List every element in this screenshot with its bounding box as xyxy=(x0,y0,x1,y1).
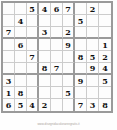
cell-r7c8[interactable] xyxy=(87,75,99,87)
cell-r7c1[interactable]: 3 xyxy=(3,75,15,87)
cell-r8c4[interactable] xyxy=(39,87,51,99)
cell-r4c2[interactable]: 6 xyxy=(15,39,27,51)
cell-r9c9[interactable]: 8 xyxy=(99,99,111,111)
cell-r3c7[interactable] xyxy=(75,27,87,39)
cell-r3c6[interactable]: 2 xyxy=(63,27,75,39)
cell-r2c5[interactable] xyxy=(51,15,63,27)
sudoku-page: 5467245732691785287943951856542738 www.d… xyxy=(0,0,117,130)
cell-r4c5[interactable] xyxy=(51,39,63,51)
cell-r1c4[interactable]: 4 xyxy=(39,3,51,15)
cell-r5c6[interactable] xyxy=(63,51,75,63)
cell-r3c1[interactable]: 7 xyxy=(3,27,15,39)
cell-r1c1[interactable] xyxy=(3,3,15,15)
cell-r8c3[interactable] xyxy=(27,87,39,99)
cell-r7c9[interactable]: 5 xyxy=(99,75,111,87)
cell-r2c4[interactable] xyxy=(39,15,51,27)
cell-r9c1[interactable]: 6 xyxy=(3,99,15,111)
cell-r6c1[interactable] xyxy=(3,63,15,75)
cell-r7c6[interactable] xyxy=(63,75,75,87)
cell-r7c4[interactable] xyxy=(39,75,51,87)
cell-r5c8[interactable]: 5 xyxy=(87,51,99,63)
cell-r2c8[interactable] xyxy=(87,15,99,27)
cell-r5c7[interactable]: 8 xyxy=(75,51,87,63)
cell-r9c7[interactable]: 7 xyxy=(75,99,87,111)
cell-r4c1[interactable] xyxy=(3,39,15,51)
cell-r6c2[interactable] xyxy=(15,63,27,75)
cell-r9c2[interactable]: 5 xyxy=(15,99,27,111)
cell-r6c3[interactable] xyxy=(27,63,39,75)
cell-r2c9[interactable] xyxy=(99,15,111,27)
cell-r2c1[interactable] xyxy=(3,15,15,27)
cell-r6c4[interactable]: 8 xyxy=(39,63,51,75)
cell-r5c4[interactable] xyxy=(39,51,51,63)
cell-r3c3[interactable] xyxy=(27,27,39,39)
cell-r9c3[interactable]: 4 xyxy=(27,99,39,111)
cell-r6c5[interactable]: 7 xyxy=(51,63,63,75)
cell-r5c9[interactable]: 2 xyxy=(99,51,111,63)
cell-r5c2[interactable] xyxy=(15,51,27,63)
cell-r4c8[interactable] xyxy=(87,39,99,51)
cell-r4c6[interactable]: 9 xyxy=(63,39,75,51)
cell-r4c3[interactable] xyxy=(27,39,39,51)
cell-r9c6[interactable] xyxy=(63,99,75,111)
cell-r2c2[interactable]: 4 xyxy=(15,15,27,27)
cell-r6c6[interactable] xyxy=(63,63,75,75)
cell-r9c4[interactable]: 2 xyxy=(39,99,51,111)
cell-r3c2[interactable] xyxy=(15,27,27,39)
cell-r8c6[interactable]: 5 xyxy=(63,87,75,99)
cell-r4c9[interactable]: 1 xyxy=(99,39,111,51)
cell-r1c9[interactable] xyxy=(99,3,111,15)
cell-r3c5[interactable] xyxy=(51,27,63,39)
cell-r8c5[interactable] xyxy=(51,87,63,99)
cell-r1c6[interactable]: 7 xyxy=(63,3,75,15)
cell-r4c4[interactable] xyxy=(39,39,51,51)
cell-r4c7[interactable] xyxy=(75,39,87,51)
cell-r5c5[interactable] xyxy=(51,51,63,63)
cell-r1c2[interactable] xyxy=(15,3,27,15)
cell-r1c8[interactable]: 2 xyxy=(87,3,99,15)
cell-r7c7[interactable]: 9 xyxy=(75,75,87,87)
cell-r3c4[interactable]: 3 xyxy=(39,27,51,39)
cell-r1c3[interactable]: 5 xyxy=(27,3,39,15)
cell-r2c7[interactable]: 5 xyxy=(75,15,87,27)
cell-r7c2[interactable] xyxy=(15,75,27,87)
cell-r8c9[interactable] xyxy=(99,87,111,99)
cell-r6c7[interactable] xyxy=(75,63,87,75)
cell-r5c3[interactable]: 7 xyxy=(27,51,39,63)
cell-r5c1[interactable] xyxy=(3,51,15,63)
cell-r7c3[interactable] xyxy=(27,75,39,87)
cell-r9c8[interactable]: 3 xyxy=(87,99,99,111)
cell-r8c7[interactable] xyxy=(75,87,87,99)
cell-r9c5[interactable] xyxy=(51,99,63,111)
cell-r8c1[interactable]: 1 xyxy=(3,87,15,99)
cell-r2c3[interactable] xyxy=(27,15,39,27)
cell-r3c8[interactable] xyxy=(87,27,99,39)
cell-r6c8[interactable]: 9 xyxy=(87,63,99,75)
cell-r3c9[interactable] xyxy=(99,27,111,39)
cell-r8c2[interactable]: 8 xyxy=(15,87,27,99)
cell-r1c7[interactable] xyxy=(75,3,87,15)
sudoku-board: 5467245732691785287943951856542738 xyxy=(1,1,113,113)
cell-r7c5[interactable] xyxy=(51,75,63,87)
cell-r8c8[interactable] xyxy=(87,87,99,99)
cell-r1c5[interactable]: 6 xyxy=(51,3,63,15)
cell-r2c6[interactable] xyxy=(63,15,75,27)
cell-r6c9[interactable]: 4 xyxy=(99,63,111,75)
watermark-url: www.disegnidacolorareegratis.it xyxy=(0,122,117,126)
